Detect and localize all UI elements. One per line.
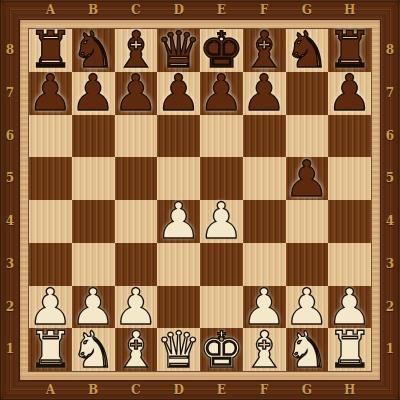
- piece-white-p-d4[interactable]: ♟: [157, 200, 200, 243]
- piece-black-p-h7[interactable]: ♟: [328, 72, 371, 115]
- square-a4[interactable]: [29, 200, 72, 243]
- square-c7[interactable]: ♟: [115, 72, 158, 115]
- square-d7[interactable]: ♟: [157, 72, 200, 115]
- square-e3[interactable]: [200, 243, 243, 286]
- square-b1[interactable]: ♞: [72, 328, 115, 371]
- piece-white-n-g1[interactable]: ♞: [286, 328, 329, 371]
- piece-white-r-h1[interactable]: ♜: [328, 328, 371, 371]
- chess-board-window: ♜♞♝♛♚♝♞♜♟♟♟♟♟♟♟♟♟♟♟♟♟♟♟♟♜♞♝♛♚♝♞♜ ABCDEFG…: [0, 0, 400, 400]
- square-a7[interactable]: ♟: [29, 72, 72, 115]
- board-frame-left: [0, 0, 20, 400]
- chess-board: ♜♞♝♛♚♝♞♜♟♟♟♟♟♟♟♟♟♟♟♟♟♟♟♟♜♞♝♛♚♝♞♜: [29, 29, 371, 371]
- piece-white-b-c1[interactable]: ♝: [115, 328, 158, 371]
- square-b5[interactable]: [72, 157, 115, 200]
- square-f5[interactable]: [243, 157, 286, 200]
- piece-white-k-e1[interactable]: ♚: [200, 328, 243, 371]
- piece-black-p-c7[interactable]: ♟: [115, 72, 158, 115]
- board-frame-bottom: [0, 380, 400, 400]
- square-c1[interactable]: ♝: [115, 328, 158, 371]
- piece-black-n-g8[interactable]: ♞: [286, 29, 329, 72]
- square-g1[interactable]: ♞: [286, 328, 329, 371]
- square-d1[interactable]: ♛: [157, 328, 200, 371]
- square-g8[interactable]: ♞: [286, 29, 329, 72]
- piece-black-p-d7[interactable]: ♟: [157, 72, 200, 115]
- square-h1[interactable]: ♜: [328, 328, 371, 371]
- square-b6[interactable]: [72, 115, 115, 158]
- square-h6[interactable]: [328, 115, 371, 158]
- square-e1[interactable]: ♚: [200, 328, 243, 371]
- piece-white-n-b1[interactable]: ♞: [72, 328, 115, 371]
- square-e7[interactable]: ♟: [200, 72, 243, 115]
- board-frame-right: [380, 0, 400, 400]
- square-h7[interactable]: ♟: [328, 72, 371, 115]
- square-a5[interactable]: [29, 157, 72, 200]
- square-c6[interactable]: [115, 115, 158, 158]
- square-g4[interactable]: [286, 200, 329, 243]
- square-g7[interactable]: [286, 72, 329, 115]
- square-g5[interactable]: ♟: [286, 157, 329, 200]
- square-a6[interactable]: [29, 115, 72, 158]
- board-frame-top: [0, 0, 400, 20]
- piece-white-p-e4[interactable]: ♟: [200, 200, 243, 243]
- square-d3[interactable]: [157, 243, 200, 286]
- square-h4[interactable]: [328, 200, 371, 243]
- square-b4[interactable]: [72, 200, 115, 243]
- square-f6[interactable]: [243, 115, 286, 158]
- square-f4[interactable]: [243, 200, 286, 243]
- piece-black-p-e7[interactable]: ♟: [200, 72, 243, 115]
- square-f7[interactable]: ♟: [243, 72, 286, 115]
- square-d6[interactable]: [157, 115, 200, 158]
- piece-black-p-g5[interactable]: ♟: [286, 157, 329, 200]
- square-e4[interactable]: ♟: [200, 200, 243, 243]
- square-h5[interactable]: [328, 157, 371, 200]
- square-b7[interactable]: ♟: [72, 72, 115, 115]
- piece-white-q-d1[interactable]: ♛: [157, 328, 200, 371]
- square-d4[interactable]: ♟: [157, 200, 200, 243]
- square-f1[interactable]: ♝: [243, 328, 286, 371]
- square-c5[interactable]: [115, 157, 158, 200]
- piece-black-p-f7[interactable]: ♟: [243, 72, 286, 115]
- piece-black-p-b7[interactable]: ♟: [72, 72, 115, 115]
- square-e6[interactable]: [200, 115, 243, 158]
- piece-black-p-a7[interactable]: ♟: [29, 72, 72, 115]
- square-c4[interactable]: [115, 200, 158, 243]
- piece-white-r-a1[interactable]: ♜: [29, 328, 72, 371]
- piece-white-b-f1[interactable]: ♝: [243, 328, 286, 371]
- square-a1[interactable]: ♜: [29, 328, 72, 371]
